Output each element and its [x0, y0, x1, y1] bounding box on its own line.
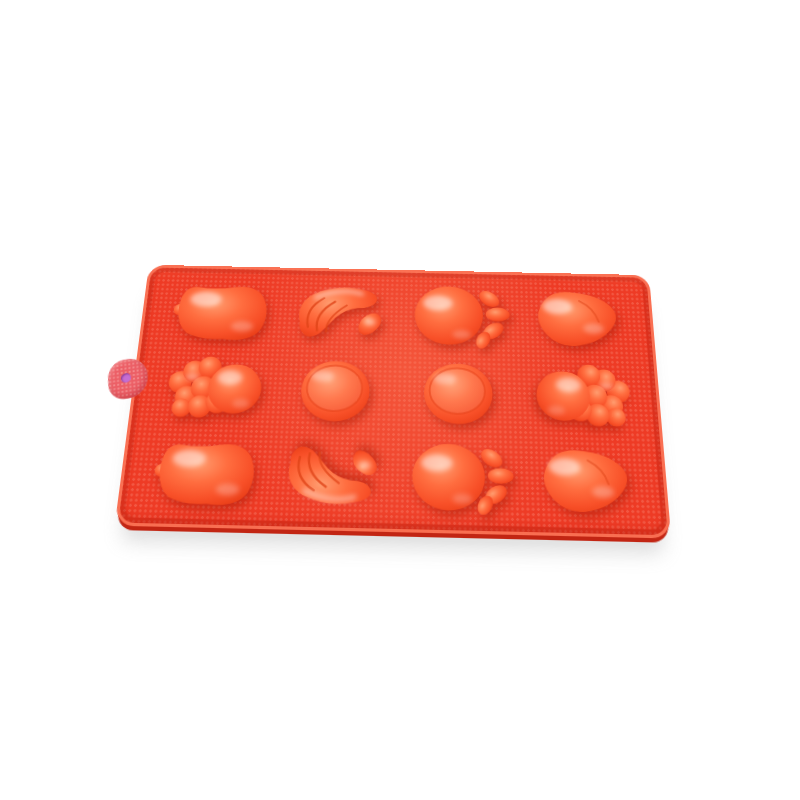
cavity-grape-cluster	[154, 351, 275, 426]
cavity-round-disc	[278, 354, 396, 430]
cavity-apple	[144, 432, 269, 513]
tomato-with-leaves-icon	[403, 281, 515, 352]
tomato-with-leaves-icon	[400, 437, 520, 518]
cavity-round-disc	[402, 356, 518, 432]
apple-icon	[164, 276, 281, 347]
cavity-grid	[144, 276, 648, 519]
tab-hole	[121, 373, 131, 384]
cavity-strawberry	[526, 440, 649, 521]
cavity-tomato-with-leaves	[400, 437, 520, 518]
photo-background	[0, 0, 800, 800]
strawberry-icon	[522, 283, 636, 354]
banana-bunch-icon	[284, 278, 398, 349]
round-disc-icon	[402, 356, 518, 432]
cavity-banana-bunch	[272, 435, 394, 516]
cavity-grape-cluster	[524, 359, 642, 435]
banana-bunch-icon	[272, 435, 394, 516]
apple-icon	[144, 432, 269, 513]
cavity-apple	[164, 276, 281, 347]
hanging-tab	[107, 356, 149, 401]
grape-cluster-icon	[524, 359, 642, 435]
mold-tray	[115, 265, 672, 539]
round-disc-icon	[278, 354, 396, 430]
cavity-banana-bunch	[284, 278, 398, 349]
strawberry-icon	[526, 440, 649, 521]
cavity-tomato-with-leaves	[403, 281, 515, 352]
cavity-strawberry	[522, 283, 636, 354]
grape-cluster-icon	[154, 351, 275, 426]
